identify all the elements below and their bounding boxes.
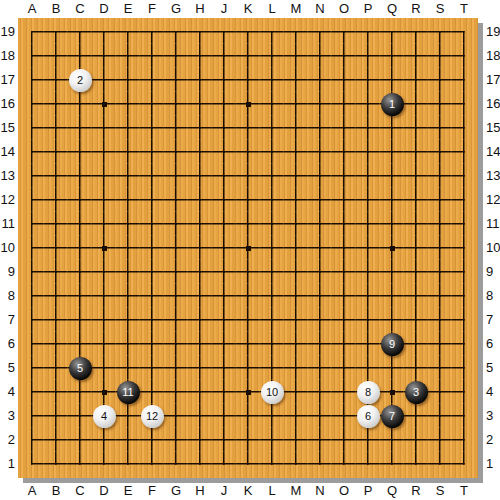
intersection-O14[interactable] xyxy=(332,140,356,164)
intersection-R19[interactable] xyxy=(404,20,428,44)
intersection-T19[interactable] xyxy=(452,20,476,44)
intersection-F8[interactable] xyxy=(140,284,164,308)
intersection-C7[interactable] xyxy=(68,308,92,332)
intersection-P11[interactable] xyxy=(356,212,380,236)
intersection-H7[interactable] xyxy=(188,308,212,332)
intersection-C12[interactable] xyxy=(68,188,92,212)
intersection-J9[interactable] xyxy=(212,260,236,284)
intersection-L12[interactable] xyxy=(260,188,284,212)
intersection-R12[interactable] xyxy=(404,188,428,212)
intersection-T3[interactable] xyxy=(452,404,476,428)
intersection-F13[interactable] xyxy=(140,164,164,188)
intersection-F4[interactable] xyxy=(140,380,164,404)
intersection-R8[interactable] xyxy=(404,284,428,308)
intersection-G13[interactable] xyxy=(164,164,188,188)
intersection-S18[interactable] xyxy=(428,44,452,68)
intersection-K1[interactable] xyxy=(236,452,260,476)
intersection-D19[interactable] xyxy=(92,20,116,44)
intersection-O2[interactable] xyxy=(332,428,356,452)
intersection-J4[interactable] xyxy=(212,380,236,404)
intersection-H19[interactable] xyxy=(188,20,212,44)
intersection-R15[interactable] xyxy=(404,116,428,140)
intersection-A5[interactable] xyxy=(20,356,44,380)
intersection-M18[interactable] xyxy=(284,44,308,68)
intersection-P10[interactable] xyxy=(356,236,380,260)
intersection-J3[interactable] xyxy=(212,404,236,428)
intersection-G19[interactable] xyxy=(164,20,188,44)
intersection-C13[interactable] xyxy=(68,164,92,188)
intersection-H17[interactable] xyxy=(188,68,212,92)
intersection-K16[interactable] xyxy=(236,92,260,116)
intersection-A7[interactable] xyxy=(20,308,44,332)
intersection-H10[interactable] xyxy=(188,236,212,260)
intersection-P13[interactable] xyxy=(356,164,380,188)
intersection-Q9[interactable] xyxy=(380,260,404,284)
intersection-Q15[interactable] xyxy=(380,116,404,140)
intersection-L1[interactable] xyxy=(260,452,284,476)
intersection-G15[interactable] xyxy=(164,116,188,140)
intersection-B15[interactable] xyxy=(44,116,68,140)
intersection-H3[interactable] xyxy=(188,404,212,428)
intersection-G4[interactable] xyxy=(164,380,188,404)
intersection-C1[interactable] xyxy=(68,452,92,476)
intersection-N17[interactable] xyxy=(308,68,332,92)
intersection-L16[interactable] xyxy=(260,92,284,116)
intersection-G5[interactable] xyxy=(164,356,188,380)
intersection-J10[interactable] xyxy=(212,236,236,260)
intersection-C4[interactable] xyxy=(68,380,92,404)
intersection-J14[interactable] xyxy=(212,140,236,164)
intersection-N15[interactable] xyxy=(308,116,332,140)
intersection-M14[interactable] xyxy=(284,140,308,164)
intersection-K5[interactable] xyxy=(236,356,260,380)
intersection-Q19[interactable] xyxy=(380,20,404,44)
intersection-M8[interactable] xyxy=(284,284,308,308)
intersection-Q3[interactable]: 7 xyxy=(380,404,404,428)
intersection-E10[interactable] xyxy=(116,236,140,260)
intersection-M4[interactable] xyxy=(284,380,308,404)
intersection-K17[interactable] xyxy=(236,68,260,92)
intersection-C16[interactable] xyxy=(68,92,92,116)
intersection-O11[interactable] xyxy=(332,212,356,236)
intersection-F10[interactable] xyxy=(140,236,164,260)
intersection-N10[interactable] xyxy=(308,236,332,260)
intersection-K15[interactable] xyxy=(236,116,260,140)
intersection-J13[interactable] xyxy=(212,164,236,188)
intersection-L11[interactable] xyxy=(260,212,284,236)
intersection-T18[interactable] xyxy=(452,44,476,68)
intersection-M1[interactable] xyxy=(284,452,308,476)
intersection-N2[interactable] xyxy=(308,428,332,452)
intersection-H5[interactable] xyxy=(188,356,212,380)
intersection-B5[interactable] xyxy=(44,356,68,380)
intersection-S14[interactable] xyxy=(428,140,452,164)
intersection-H9[interactable] xyxy=(188,260,212,284)
intersection-Q8[interactable] xyxy=(380,284,404,308)
intersection-S4[interactable] xyxy=(428,380,452,404)
intersection-O12[interactable] xyxy=(332,188,356,212)
intersection-K9[interactable] xyxy=(236,260,260,284)
intersection-A9[interactable] xyxy=(20,260,44,284)
intersection-S15[interactable] xyxy=(428,116,452,140)
intersection-F16[interactable] xyxy=(140,92,164,116)
intersection-J18[interactable] xyxy=(212,44,236,68)
intersection-P7[interactable] xyxy=(356,308,380,332)
intersection-H18[interactable] xyxy=(188,44,212,68)
intersection-K14[interactable] xyxy=(236,140,260,164)
intersection-M13[interactable] xyxy=(284,164,308,188)
intersection-G16[interactable] xyxy=(164,92,188,116)
intersection-D10[interactable] xyxy=(92,236,116,260)
intersection-A6[interactable] xyxy=(20,332,44,356)
intersection-M17[interactable] xyxy=(284,68,308,92)
intersection-E18[interactable] xyxy=(116,44,140,68)
intersection-B3[interactable] xyxy=(44,404,68,428)
intersection-O18[interactable] xyxy=(332,44,356,68)
intersection-B7[interactable] xyxy=(44,308,68,332)
intersection-F2[interactable] xyxy=(140,428,164,452)
intersection-R17[interactable] xyxy=(404,68,428,92)
intersection-Q13[interactable] xyxy=(380,164,404,188)
intersection-L5[interactable] xyxy=(260,356,284,380)
intersection-M11[interactable] xyxy=(284,212,308,236)
intersection-P6[interactable] xyxy=(356,332,380,356)
intersection-B6[interactable] xyxy=(44,332,68,356)
intersection-L19[interactable] xyxy=(260,20,284,44)
intersection-M12[interactable] xyxy=(284,188,308,212)
intersection-M19[interactable] xyxy=(284,20,308,44)
intersection-C11[interactable] xyxy=(68,212,92,236)
intersection-O7[interactable] xyxy=(332,308,356,332)
intersection-O16[interactable] xyxy=(332,92,356,116)
intersection-D3[interactable]: 4 xyxy=(92,404,116,428)
intersection-K3[interactable] xyxy=(236,404,260,428)
intersection-K11[interactable] xyxy=(236,212,260,236)
intersection-R3[interactable] xyxy=(404,404,428,428)
intersection-F12[interactable] xyxy=(140,188,164,212)
intersection-K7[interactable] xyxy=(236,308,260,332)
intersection-T8[interactable] xyxy=(452,284,476,308)
intersection-K19[interactable] xyxy=(236,20,260,44)
intersection-E1[interactable] xyxy=(116,452,140,476)
intersection-C3[interactable] xyxy=(68,404,92,428)
intersection-J5[interactable] xyxy=(212,356,236,380)
intersection-M10[interactable] xyxy=(284,236,308,260)
intersection-P8[interactable] xyxy=(356,284,380,308)
intersection-F19[interactable] xyxy=(140,20,164,44)
intersection-P9[interactable] xyxy=(356,260,380,284)
intersection-L14[interactable] xyxy=(260,140,284,164)
intersection-G7[interactable] xyxy=(164,308,188,332)
intersection-N12[interactable] xyxy=(308,188,332,212)
intersection-E4[interactable]: 11 xyxy=(116,380,140,404)
intersection-K10[interactable] xyxy=(236,236,260,260)
intersection-H16[interactable] xyxy=(188,92,212,116)
intersection-D15[interactable] xyxy=(92,116,116,140)
intersection-T14[interactable] xyxy=(452,140,476,164)
intersection-P4[interactable]: 8 xyxy=(356,380,380,404)
intersection-S12[interactable] xyxy=(428,188,452,212)
intersection-Q10[interactable] xyxy=(380,236,404,260)
intersection-Q4[interactable] xyxy=(380,380,404,404)
intersection-Q12[interactable] xyxy=(380,188,404,212)
intersection-K18[interactable] xyxy=(236,44,260,68)
intersection-S17[interactable] xyxy=(428,68,452,92)
intersection-G6[interactable] xyxy=(164,332,188,356)
intersection-E17[interactable] xyxy=(116,68,140,92)
intersection-S5[interactable] xyxy=(428,356,452,380)
intersection-Q17[interactable] xyxy=(380,68,404,92)
intersection-A19[interactable] xyxy=(20,20,44,44)
intersection-L4[interactable]: 10 xyxy=(260,380,284,404)
intersection-L15[interactable] xyxy=(260,116,284,140)
intersection-G11[interactable] xyxy=(164,212,188,236)
intersection-P12[interactable] xyxy=(356,188,380,212)
intersection-Q6[interactable]: 9 xyxy=(380,332,404,356)
intersection-O15[interactable] xyxy=(332,116,356,140)
intersection-Q18[interactable] xyxy=(380,44,404,68)
intersection-H15[interactable] xyxy=(188,116,212,140)
intersection-T11[interactable] xyxy=(452,212,476,236)
intersection-D7[interactable] xyxy=(92,308,116,332)
intersection-P14[interactable] xyxy=(356,140,380,164)
intersection-N5[interactable] xyxy=(308,356,332,380)
intersection-Q1[interactable] xyxy=(380,452,404,476)
intersection-P2[interactable] xyxy=(356,428,380,452)
intersection-E8[interactable] xyxy=(116,284,140,308)
intersection-N14[interactable] xyxy=(308,140,332,164)
intersection-O17[interactable] xyxy=(332,68,356,92)
intersection-K6[interactable] xyxy=(236,332,260,356)
intersection-B17[interactable] xyxy=(44,68,68,92)
intersection-M2[interactable] xyxy=(284,428,308,452)
intersection-T6[interactable] xyxy=(452,332,476,356)
intersection-R4[interactable]: 3 xyxy=(404,380,428,404)
intersection-R5[interactable] xyxy=(404,356,428,380)
intersection-Q14[interactable] xyxy=(380,140,404,164)
intersection-E9[interactable] xyxy=(116,260,140,284)
intersection-D12[interactable] xyxy=(92,188,116,212)
intersection-E15[interactable] xyxy=(116,116,140,140)
intersection-R14[interactable] xyxy=(404,140,428,164)
intersection-N3[interactable] xyxy=(308,404,332,428)
intersection-P17[interactable] xyxy=(356,68,380,92)
intersection-N13[interactable] xyxy=(308,164,332,188)
intersection-K12[interactable] xyxy=(236,188,260,212)
intersection-F14[interactable] xyxy=(140,140,164,164)
intersection-S6[interactable] xyxy=(428,332,452,356)
intersection-D16[interactable] xyxy=(92,92,116,116)
intersection-T15[interactable] xyxy=(452,116,476,140)
intersection-K13[interactable] xyxy=(236,164,260,188)
intersection-N6[interactable] xyxy=(308,332,332,356)
intersection-A18[interactable] xyxy=(20,44,44,68)
intersection-E13[interactable] xyxy=(116,164,140,188)
intersection-N16[interactable] xyxy=(308,92,332,116)
intersection-H11[interactable] xyxy=(188,212,212,236)
intersection-D6[interactable] xyxy=(92,332,116,356)
intersection-R10[interactable] xyxy=(404,236,428,260)
intersection-B1[interactable] xyxy=(44,452,68,476)
intersection-B18[interactable] xyxy=(44,44,68,68)
intersection-J15[interactable] xyxy=(212,116,236,140)
intersection-T2[interactable] xyxy=(452,428,476,452)
intersection-S19[interactable] xyxy=(428,20,452,44)
intersection-R2[interactable] xyxy=(404,428,428,452)
intersection-O8[interactable] xyxy=(332,284,356,308)
intersection-A1[interactable] xyxy=(20,452,44,476)
intersection-T10[interactable] xyxy=(452,236,476,260)
intersection-G18[interactable] xyxy=(164,44,188,68)
intersection-T1[interactable] xyxy=(452,452,476,476)
intersection-O6[interactable] xyxy=(332,332,356,356)
intersection-T16[interactable] xyxy=(452,92,476,116)
intersection-B16[interactable] xyxy=(44,92,68,116)
intersection-N9[interactable] xyxy=(308,260,332,284)
intersection-J1[interactable] xyxy=(212,452,236,476)
intersection-B8[interactable] xyxy=(44,284,68,308)
intersection-E14[interactable] xyxy=(116,140,140,164)
intersection-S3[interactable] xyxy=(428,404,452,428)
intersection-O19[interactable] xyxy=(332,20,356,44)
intersection-O4[interactable] xyxy=(332,380,356,404)
intersection-Q11[interactable] xyxy=(380,212,404,236)
intersection-R11[interactable] xyxy=(404,212,428,236)
intersection-G3[interactable] xyxy=(164,404,188,428)
intersection-G9[interactable] xyxy=(164,260,188,284)
intersection-K4[interactable] xyxy=(236,380,260,404)
intersection-B12[interactable] xyxy=(44,188,68,212)
intersection-C18[interactable] xyxy=(68,44,92,68)
intersection-R1[interactable] xyxy=(404,452,428,476)
intersection-B10[interactable] xyxy=(44,236,68,260)
intersection-D18[interactable] xyxy=(92,44,116,68)
intersection-G10[interactable] xyxy=(164,236,188,260)
intersection-A14[interactable] xyxy=(20,140,44,164)
intersection-J16[interactable] xyxy=(212,92,236,116)
intersection-E5[interactable] xyxy=(116,356,140,380)
intersection-G14[interactable] xyxy=(164,140,188,164)
intersection-P19[interactable] xyxy=(356,20,380,44)
intersection-T12[interactable] xyxy=(452,188,476,212)
intersection-L18[interactable] xyxy=(260,44,284,68)
intersection-S2[interactable] xyxy=(428,428,452,452)
intersection-N1[interactable] xyxy=(308,452,332,476)
intersection-B9[interactable] xyxy=(44,260,68,284)
intersection-M6[interactable] xyxy=(284,332,308,356)
intersection-T13[interactable] xyxy=(452,164,476,188)
intersection-L8[interactable] xyxy=(260,284,284,308)
intersection-D9[interactable] xyxy=(92,260,116,284)
intersection-F11[interactable] xyxy=(140,212,164,236)
intersection-A15[interactable] xyxy=(20,116,44,140)
intersection-P18[interactable] xyxy=(356,44,380,68)
intersection-M7[interactable] xyxy=(284,308,308,332)
intersection-E2[interactable] xyxy=(116,428,140,452)
intersection-R18[interactable] xyxy=(404,44,428,68)
intersection-Q16[interactable]: 1 xyxy=(380,92,404,116)
intersection-G8[interactable] xyxy=(164,284,188,308)
intersection-L7[interactable] xyxy=(260,308,284,332)
intersection-T7[interactable] xyxy=(452,308,476,332)
intersection-L9[interactable] xyxy=(260,260,284,284)
intersection-B14[interactable] xyxy=(44,140,68,164)
intersection-A13[interactable] xyxy=(20,164,44,188)
intersection-D11[interactable] xyxy=(92,212,116,236)
intersection-C2[interactable] xyxy=(68,428,92,452)
intersection-O1[interactable] xyxy=(332,452,356,476)
intersection-F3[interactable]: 12 xyxy=(140,404,164,428)
intersection-J11[interactable] xyxy=(212,212,236,236)
intersection-M15[interactable] xyxy=(284,116,308,140)
intersection-F9[interactable] xyxy=(140,260,164,284)
intersection-T4[interactable] xyxy=(452,380,476,404)
intersection-A12[interactable] xyxy=(20,188,44,212)
intersection-O13[interactable] xyxy=(332,164,356,188)
intersection-E12[interactable] xyxy=(116,188,140,212)
intersection-H8[interactable] xyxy=(188,284,212,308)
intersection-C15[interactable] xyxy=(68,116,92,140)
intersection-R6[interactable] xyxy=(404,332,428,356)
intersection-T5[interactable] xyxy=(452,356,476,380)
intersection-A16[interactable] xyxy=(20,92,44,116)
intersection-N7[interactable] xyxy=(308,308,332,332)
intersection-F5[interactable] xyxy=(140,356,164,380)
intersection-J2[interactable] xyxy=(212,428,236,452)
intersection-O5[interactable] xyxy=(332,356,356,380)
intersection-S10[interactable] xyxy=(428,236,452,260)
intersection-D13[interactable] xyxy=(92,164,116,188)
intersection-E19[interactable] xyxy=(116,20,140,44)
intersection-O10[interactable] xyxy=(332,236,356,260)
intersection-S7[interactable] xyxy=(428,308,452,332)
intersection-F1[interactable] xyxy=(140,452,164,476)
intersection-D2[interactable] xyxy=(92,428,116,452)
intersection-N11[interactable] xyxy=(308,212,332,236)
intersection-E11[interactable] xyxy=(116,212,140,236)
intersection-M16[interactable] xyxy=(284,92,308,116)
intersection-L2[interactable] xyxy=(260,428,284,452)
intersection-A17[interactable] xyxy=(20,68,44,92)
intersection-F15[interactable] xyxy=(140,116,164,140)
intersection-F17[interactable] xyxy=(140,68,164,92)
intersection-L13[interactable] xyxy=(260,164,284,188)
intersection-H12[interactable] xyxy=(188,188,212,212)
intersection-L10[interactable] xyxy=(260,236,284,260)
intersection-C8[interactable] xyxy=(68,284,92,308)
intersection-A10[interactable] xyxy=(20,236,44,260)
intersection-H4[interactable] xyxy=(188,380,212,404)
intersection-F6[interactable] xyxy=(140,332,164,356)
intersection-M9[interactable] xyxy=(284,260,308,284)
intersection-N8[interactable] xyxy=(308,284,332,308)
intersection-R7[interactable] xyxy=(404,308,428,332)
intersection-M5[interactable] xyxy=(284,356,308,380)
intersection-C5[interactable]: 5 xyxy=(68,356,92,380)
intersection-O9[interactable] xyxy=(332,260,356,284)
intersection-H1[interactable] xyxy=(188,452,212,476)
intersection-G2[interactable] xyxy=(164,428,188,452)
intersection-D5[interactable] xyxy=(92,356,116,380)
intersection-F7[interactable] xyxy=(140,308,164,332)
intersection-B2[interactable] xyxy=(44,428,68,452)
intersection-E6[interactable] xyxy=(116,332,140,356)
intersection-Q2[interactable] xyxy=(380,428,404,452)
intersection-C17[interactable]: 2 xyxy=(68,68,92,92)
intersection-R16[interactable] xyxy=(404,92,428,116)
intersection-F18[interactable] xyxy=(140,44,164,68)
intersection-P5[interactable] xyxy=(356,356,380,380)
